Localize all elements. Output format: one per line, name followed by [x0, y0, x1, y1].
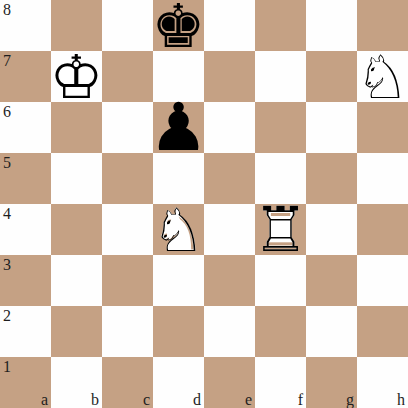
square-b5[interactable] — [51, 153, 102, 204]
square-d8[interactable]: ♚ — [153, 0, 204, 51]
square-a1[interactable]: 1a — [0, 357, 51, 408]
square-h3[interactable] — [357, 255, 408, 306]
rank-label-5: 5 — [3, 155, 11, 171]
square-g8[interactable] — [306, 0, 357, 51]
rank-label-2: 2 — [3, 308, 11, 324]
square-a3[interactable]: 3 — [0, 255, 51, 306]
square-e1[interactable]: e — [204, 357, 255, 408]
square-f8[interactable] — [255, 0, 306, 51]
file-label-b: b — [91, 392, 99, 408]
file-label-g: g — [346, 392, 354, 408]
square-h4[interactable] — [357, 204, 408, 255]
square-g7[interactable] — [306, 51, 357, 102]
rank-label-7: 7 — [3, 53, 11, 69]
square-h2[interactable] — [357, 306, 408, 357]
square-a7[interactable]: 7 — [0, 51, 51, 102]
square-a8[interactable]: 8 — [0, 0, 51, 51]
piece-white-knight[interactable]: ♞♘ — [356, 47, 408, 107]
square-d2[interactable] — [153, 306, 204, 357]
square-b2[interactable] — [51, 306, 102, 357]
square-e7[interactable] — [204, 51, 255, 102]
square-d3[interactable] — [153, 255, 204, 306]
square-b3[interactable] — [51, 255, 102, 306]
file-label-c: c — [143, 392, 150, 408]
square-c3[interactable] — [102, 255, 153, 306]
file-label-a: a — [41, 392, 48, 408]
square-a2[interactable]: 2 — [0, 306, 51, 357]
square-b7[interactable]: ♚♔ — [51, 51, 102, 102]
square-c6[interactable] — [102, 102, 153, 153]
square-e8[interactable] — [204, 0, 255, 51]
square-b1[interactable]: b — [51, 357, 102, 408]
square-g6[interactable] — [306, 102, 357, 153]
square-c1[interactable]: c — [102, 357, 153, 408]
file-label-h: h — [397, 392, 405, 408]
rank-label-6: 6 — [3, 104, 11, 120]
square-h7[interactable]: ♞♘ — [357, 51, 408, 102]
square-e5[interactable] — [204, 153, 255, 204]
king-outline-glyph: ♔ — [50, 42, 104, 112]
square-a4[interactable]: 4 — [0, 204, 51, 255]
square-d1[interactable]: d — [153, 357, 204, 408]
square-f3[interactable] — [255, 255, 306, 306]
square-h6[interactable] — [357, 102, 408, 153]
square-b4[interactable] — [51, 204, 102, 255]
square-f4[interactable]: ♜♖ — [255, 204, 306, 255]
square-c4[interactable] — [102, 204, 153, 255]
piece-white-knight[interactable]: ♞♘ — [152, 200, 206, 260]
file-label-d: d — [193, 392, 201, 408]
knight-outline-glyph: ♘ — [152, 195, 206, 265]
square-d6[interactable]: ♟ — [153, 102, 204, 153]
square-h5[interactable] — [357, 153, 408, 204]
square-a6[interactable]: 6 — [0, 102, 51, 153]
rank-label-3: 3 — [3, 257, 11, 273]
rank-label-8: 8 — [3, 2, 11, 18]
file-label-f: f — [298, 392, 303, 408]
chess-board: 8♚7♚♔♞♘6♟54♞♘♜♖321abcdefgh — [0, 0, 408, 408]
square-c7[interactable] — [102, 51, 153, 102]
square-g4[interactable] — [306, 204, 357, 255]
rank-label-1: 1 — [3, 359, 11, 375]
piece-white-rook[interactable]: ♜♖ — [253, 199, 309, 261]
square-h1[interactable]: h — [357, 357, 408, 408]
square-f1[interactable]: f — [255, 357, 306, 408]
rank-label-4: 4 — [3, 206, 11, 222]
square-b6[interactable] — [51, 102, 102, 153]
square-e6[interactable] — [204, 102, 255, 153]
square-f2[interactable] — [255, 306, 306, 357]
square-g3[interactable] — [306, 255, 357, 306]
knight-outline-glyph: ♘ — [356, 42, 408, 112]
square-f6[interactable] — [255, 102, 306, 153]
square-g1[interactable]: g — [306, 357, 357, 408]
square-c2[interactable] — [102, 306, 153, 357]
square-c8[interactable] — [102, 0, 153, 51]
square-g2[interactable] — [306, 306, 357, 357]
square-e4[interactable] — [204, 204, 255, 255]
square-d4[interactable]: ♞♘ — [153, 204, 204, 255]
square-a5[interactable]: 5 — [0, 153, 51, 204]
square-e2[interactable] — [204, 306, 255, 357]
piece-white-king[interactable]: ♚♔ — [50, 47, 104, 107]
file-label-e: e — [245, 392, 252, 408]
square-g5[interactable] — [306, 153, 357, 204]
piece-black-king[interactable]: ♚ — [152, 0, 206, 56]
square-c5[interactable] — [102, 153, 153, 204]
square-f7[interactable] — [255, 51, 306, 102]
piece-black-pawn[interactable]: ♟ — [149, 95, 208, 161]
square-e3[interactable] — [204, 255, 255, 306]
